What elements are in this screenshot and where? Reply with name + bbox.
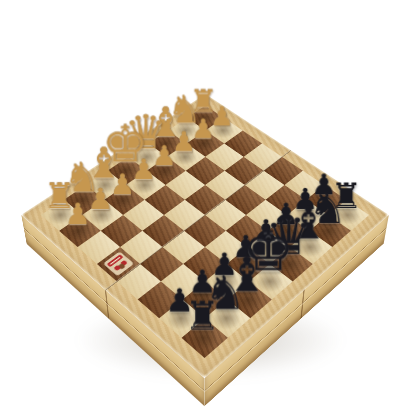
scene: ♜♞♝♛♚♝♞♜♟♟♟♟♟♟♟♟ ♟♟♟♟♟♟♟♟♜♞♝♛♚♝♞♜ <box>0 0 416 416</box>
piece-black-rook-h8[interactable]: ♜ <box>168 297 238 337</box>
chess-box: ♜♞♝♛♚♝♞♜♟♟♟♟♟♟♟♟ ♟♟♟♟♟♟♟♟♜♞♝♛♚♝♞♜ <box>21 94 389 378</box>
square-h8[interactable]: ♜ <box>181 318 227 358</box>
piece-white-pawn-h2[interactable]: ♟ <box>47 200 110 229</box>
product-photo: ♜♞♝♛♚♝♞♜♟♟♟♟♟♟♟♟ ♟♟♟♟♟♟♟♟♜♞♝♛♚♝♞♜ <box>0 0 416 416</box>
board: ♜♞♝♛♚♝♞♜♟♟♟♟♟♟♟♟ ♟♟♟♟♟♟♟♟♜♞♝♛♚♝♞♜ <box>21 94 389 378</box>
chessboard-grid: ♜♞♝♛♚♝♞♜♟♟♟♟♟♟♟♟ ♟♟♟♟♟♟♟♟♜♞♝♛♚♝♞♜ <box>41 106 369 358</box>
